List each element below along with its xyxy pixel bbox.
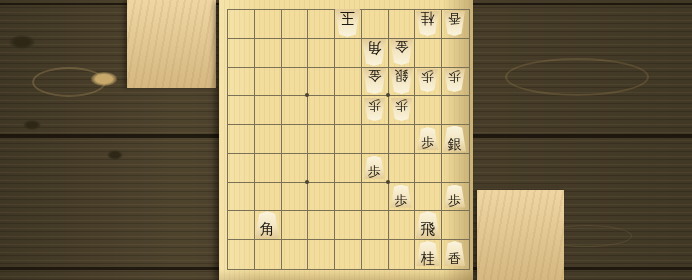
piece-kanji: 歩	[448, 69, 461, 83]
board-square-9i[interactable]	[228, 240, 255, 269]
board-square-5c[interactable]	[335, 68, 362, 97]
wood-knot	[9, 35, 35, 49]
piece-kanji: 香	[448, 11, 461, 25]
piece-stand-bottom-right	[477, 190, 564, 280]
board-square-7g[interactable]	[282, 183, 309, 212]
board-square-9g[interactable]	[228, 183, 255, 212]
board-square-4h[interactable]	[362, 211, 389, 240]
piece-kanji: 角	[367, 39, 382, 55]
board-square-7d[interactable]	[282, 96, 309, 125]
board-square-8g[interactable]	[255, 183, 282, 212]
board-square-8e[interactable]	[255, 125, 282, 154]
piece-stand-top-left	[127, 0, 216, 88]
board-square-1b[interactable]	[442, 39, 469, 68]
board-square-6h[interactable]	[308, 211, 335, 240]
board-square-4i[interactable]	[362, 240, 389, 269]
board-square-5h[interactable]	[335, 211, 362, 240]
board-square-1h[interactable]	[442, 211, 469, 240]
board-square-9c[interactable]	[228, 68, 255, 97]
wood-knot	[107, 150, 123, 160]
board-square-8f[interactable]	[255, 154, 282, 183]
board-square-2f[interactable]	[415, 154, 442, 183]
board-square-9b[interactable]	[228, 39, 255, 68]
board-square-1f[interactable]	[442, 154, 469, 183]
piece-kanji: 歩	[395, 98, 408, 112]
piece-kanji: 歩	[395, 194, 408, 208]
board-square-7e[interactable]	[282, 125, 309, 154]
board-square-7c[interactable]	[282, 68, 309, 97]
board-square-5i[interactable]	[335, 240, 362, 269]
board-square-6i[interactable]	[308, 240, 335, 269]
board-square-8a[interactable]	[255, 10, 282, 39]
piece-kanji: 玉	[340, 9, 355, 25]
board-square-6b[interactable]	[308, 39, 335, 68]
piece-kanji: 歩	[448, 194, 461, 208]
board-square-3a[interactable]	[389, 10, 416, 39]
wood-knot	[23, 120, 41, 130]
board-square-3e[interactable]	[389, 125, 416, 154]
piece-kanji: 歩	[421, 69, 434, 83]
board-square-5e[interactable]	[335, 125, 362, 154]
piece-kanji: 桂	[421, 11, 435, 26]
board-square-3i[interactable]	[389, 240, 416, 269]
board-square-9e[interactable]	[228, 125, 255, 154]
board-square-6a[interactable]	[308, 10, 335, 39]
piece-kanji: 歩	[368, 165, 381, 179]
board-square-5f[interactable]	[335, 154, 362, 183]
board-square-8i[interactable]	[255, 240, 282, 269]
board-square-5b[interactable]	[335, 39, 362, 68]
piece-kanji: 金	[394, 39, 408, 54]
hoshi-point	[386, 180, 390, 184]
board-square-8b[interactable]	[255, 39, 282, 68]
board-square-9d[interactable]	[228, 96, 255, 125]
board-square-4g[interactable]	[362, 183, 389, 212]
board-square-3f[interactable]	[389, 154, 416, 183]
piece-kanji: 銀	[394, 68, 408, 83]
piece-kanji: 歩	[421, 136, 434, 150]
board-square-3h[interactable]	[389, 211, 416, 240]
wood-grain-ring	[505, 58, 649, 96]
board-square-6e[interactable]	[308, 125, 335, 154]
board-square-7f[interactable]	[282, 154, 309, 183]
piece-kanji: 香	[448, 252, 461, 266]
piece-kanji: 桂	[421, 251, 435, 266]
board-square-2g[interactable]	[415, 183, 442, 212]
wood-knot	[91, 72, 117, 86]
board-square-9a[interactable]	[228, 10, 255, 39]
board-square-6g[interactable]	[308, 183, 335, 212]
shogi-board: 玉桂香角金金銀歩歩歩歩歩銀歩歩歩角飛桂香	[219, 0, 473, 280]
board-square-9h[interactable]	[228, 211, 255, 240]
board-square-1d[interactable]	[442, 96, 469, 125]
piece-kanji: 金	[367, 68, 381, 83]
board-square-7b[interactable]	[282, 39, 309, 68]
board-square-2b[interactable]	[415, 39, 442, 68]
piece-kanji: 角	[260, 222, 275, 238]
board-square-7a[interactable]	[282, 10, 309, 39]
board-square-6d[interactable]	[308, 96, 335, 125]
piece-kanji: 歩	[368, 98, 381, 112]
board-square-4e[interactable]	[362, 125, 389, 154]
board-square-5d[interactable]	[335, 96, 362, 125]
piece-kanji: 飛	[420, 222, 435, 238]
board-square-7h[interactable]	[282, 211, 309, 240]
board-square-4a[interactable]	[362, 10, 389, 39]
board-square-2d[interactable]	[415, 96, 442, 125]
board-square-5g[interactable]	[335, 183, 362, 212]
board-square-8d[interactable]	[255, 96, 282, 125]
piece-kanji: 銀	[448, 137, 462, 152]
board-square-8c[interactable]	[255, 68, 282, 97]
board-square-6c[interactable]	[308, 68, 335, 97]
board-square-7i[interactable]	[282, 240, 309, 269]
board-square-9f[interactable]	[228, 154, 255, 183]
board-square-6f[interactable]	[308, 154, 335, 183]
table-surface: 玉桂香角金金銀歩歩歩歩歩銀歩歩歩角飛桂香	[0, 0, 692, 280]
